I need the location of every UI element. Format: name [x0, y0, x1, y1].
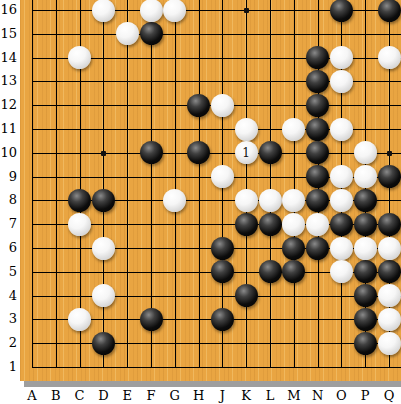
stone-black-F15[interactable] [140, 22, 163, 45]
col-label-O: O [329, 388, 353, 404]
row-label-8: 8 [0, 191, 17, 209]
stone-white-K8[interactable] [235, 189, 258, 212]
stone-black-D8[interactable] [92, 189, 115, 212]
stone-white-D6[interactable] [92, 237, 115, 260]
col-label-F: F [139, 388, 163, 404]
stone-black-N9[interactable] [306, 165, 329, 188]
stone-white-Q3[interactable] [378, 308, 401, 331]
grid-line-col-K [246, 0, 247, 368]
stone-white-K10[interactable]: 1 [235, 141, 258, 164]
stone-black-P7[interactable] [354, 213, 377, 236]
grid-line-col-H [199, 0, 200, 368]
go-board[interactable]: 1 [20, 0, 401, 381]
row-label-10: 10 [0, 144, 17, 162]
grid-line-col-D [103, 0, 104, 368]
row-label-3: 3 [0, 310, 17, 328]
stone-black-L10[interactable] [259, 141, 282, 164]
stone-white-O5[interactable] [330, 260, 353, 283]
stone-black-J3[interactable] [211, 308, 234, 331]
stone-white-Q6[interactable] [378, 237, 401, 260]
stone-white-N7[interactable] [306, 213, 329, 236]
col-label-L: L [258, 388, 282, 404]
stone-white-P6[interactable] [354, 237, 377, 260]
stone-white-M11[interactable] [282, 118, 305, 141]
grid-line-row-15 [32, 34, 401, 35]
grid-line-row-10 [32, 153, 401, 154]
move-number-label: 1 [242, 147, 250, 159]
col-label-C: C [68, 388, 92, 404]
col-label-P: P [353, 388, 377, 404]
col-label-B: B [44, 388, 68, 404]
row-label-12: 12 [0, 96, 17, 114]
col-label-H: H [187, 388, 211, 404]
stone-white-J9[interactable] [211, 165, 234, 188]
stone-black-C8[interactable] [68, 189, 91, 212]
row-coordinate-labels: 16151413121110987654321 [0, 0, 20, 381]
row-label-16: 16 [0, 1, 17, 19]
row-label-4: 4 [0, 287, 17, 305]
stone-black-F10[interactable] [140, 141, 163, 164]
star-point-K16 [244, 8, 249, 13]
grid-line-col-G [175, 0, 176, 368]
row-label-6: 6 [0, 239, 17, 257]
stone-black-N8[interactable] [306, 189, 329, 212]
stone-black-Q16[interactable] [378, 0, 401, 22]
stone-black-H10[interactable] [187, 141, 210, 164]
row-label-5: 5 [0, 263, 17, 281]
stone-black-N11[interactable] [306, 118, 329, 141]
col-label-M: M [282, 388, 306, 404]
stone-white-J12[interactable] [211, 94, 234, 117]
row-label-1: 1 [0, 358, 17, 376]
stone-black-M6[interactable] [282, 237, 305, 260]
grid-line-col-M [294, 0, 295, 368]
stone-white-O13[interactable] [330, 70, 353, 93]
col-label-N: N [306, 388, 330, 404]
col-label-G: G [163, 388, 187, 404]
stone-black-D2[interactable] [92, 332, 115, 355]
stone-white-Q2[interactable] [378, 332, 401, 355]
stone-black-J6[interactable] [211, 237, 234, 260]
stone-black-Q5[interactable] [378, 260, 401, 283]
stone-black-P8[interactable] [354, 189, 377, 212]
stone-black-J5[interactable] [211, 260, 234, 283]
stone-black-N10[interactable] [306, 141, 329, 164]
stone-black-N13[interactable] [306, 70, 329, 93]
grid-line-row-4 [32, 296, 401, 297]
stone-black-P2[interactable] [354, 332, 377, 355]
row-label-11: 11 [0, 120, 17, 138]
stone-white-D16[interactable] [92, 0, 115, 22]
row-label-9: 9 [0, 168, 17, 186]
stone-white-O6[interactable] [330, 237, 353, 260]
stone-white-Q4[interactable] [378, 284, 401, 307]
col-label-Q: Q [377, 388, 401, 404]
column-coordinate-labels: ABCDEFGHJKLMNOPQ [0, 387, 401, 404]
stone-white-O8[interactable] [330, 189, 353, 212]
stone-black-H12[interactable] [187, 94, 210, 117]
col-label-E: E [115, 388, 139, 404]
stone-black-Q7[interactable] [378, 213, 401, 236]
stone-black-P5[interactable] [354, 260, 377, 283]
stone-white-C3[interactable] [68, 308, 91, 331]
col-label-J: J [210, 388, 234, 404]
go-game-screenshot: 1 16151413121110987654321 ABCDEFGHJKLMNO… [0, 0, 401, 404]
star-point-D10 [101, 151, 106, 156]
col-label-K: K [234, 388, 258, 404]
stone-white-D4[interactable] [92, 284, 115, 307]
col-label-A: A [20, 388, 44, 404]
stone-white-F16[interactable] [140, 0, 163, 22]
stone-white-G16[interactable] [163, 0, 186, 22]
grid-line-col-L [270, 0, 271, 368]
stone-white-O9[interactable] [330, 165, 353, 188]
stone-black-N14[interactable] [306, 46, 329, 69]
stone-white-M8[interactable] [282, 189, 305, 212]
row-label-2: 2 [0, 334, 17, 352]
stone-black-P3[interactable] [354, 308, 377, 331]
stone-white-K11[interactable] [235, 118, 258, 141]
stone-white-O14[interactable] [330, 46, 353, 69]
col-label-D: D [91, 388, 115, 404]
stone-white-E15[interactable] [116, 22, 139, 45]
stone-white-G8[interactable] [163, 189, 186, 212]
stone-black-L5[interactable] [259, 260, 282, 283]
grid-line-col-E [127, 0, 128, 368]
grid-line-col-B [56, 0, 57, 368]
stone-black-O16[interactable] [330, 0, 353, 22]
row-label-7: 7 [0, 215, 17, 233]
stone-white-L8[interactable] [259, 189, 282, 212]
stone-black-P4[interactable] [354, 284, 377, 307]
stone-black-N6[interactable] [306, 237, 329, 260]
stone-black-N12[interactable] [306, 94, 329, 117]
stone-white-M7[interactable] [282, 213, 305, 236]
grid-line-col-A [32, 0, 33, 368]
stone-black-F3[interactable] [140, 308, 163, 331]
stone-white-C7[interactable] [68, 213, 91, 236]
row-label-14: 14 [0, 49, 17, 67]
stone-black-L7[interactable] [259, 213, 282, 236]
stone-black-K4[interactable] [235, 284, 258, 307]
row-label-15: 15 [0, 25, 17, 43]
stone-white-C14[interactable] [68, 46, 91, 69]
stone-white-O11[interactable] [330, 118, 353, 141]
row-label-13: 13 [0, 72, 17, 90]
stone-black-Q9[interactable] [378, 165, 401, 188]
grid-line-row-2 [32, 343, 401, 344]
stone-white-Q14[interactable] [378, 46, 401, 69]
stone-white-P9[interactable] [354, 165, 377, 188]
stone-black-O7[interactable] [330, 213, 353, 236]
stone-white-P10[interactable] [354, 141, 377, 164]
star-point-Q10 [387, 151, 392, 156]
stone-black-M5[interactable] [282, 260, 305, 283]
stone-black-K7[interactable] [235, 213, 258, 236]
grid-line-row-1 [32, 367, 401, 368]
